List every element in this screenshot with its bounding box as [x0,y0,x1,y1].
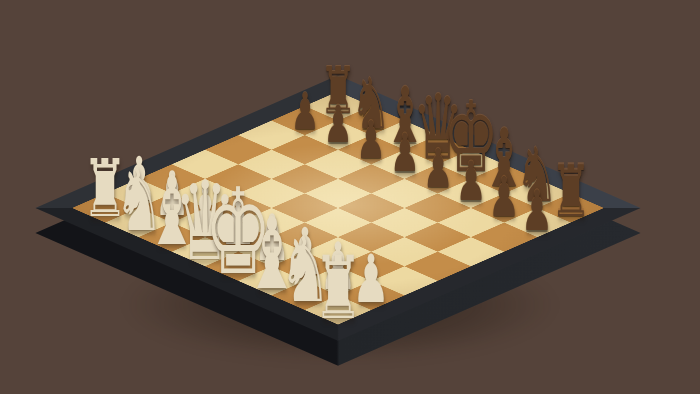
piece-black-pawn-g7[interactable]: ♟ [488,170,520,225]
piece-black-pawn-c7[interactable]: ♟ [356,114,386,166]
scene-background: ♜♞♝♛♚♝♞♜♟♟♟♟♟♟♟♟♟♟♟♟♟♟♟♟♜♞♝♛♚♝♞♜ [0,0,700,394]
piece-black-pawn-d7[interactable]: ♟ [389,128,419,181]
piece-black-pawn-e7[interactable]: ♟ [422,142,453,196]
piece-black-pawn-a7[interactable]: ♟ [290,86,319,137]
piece-white-rook-h1[interactable]: ♜ [313,244,363,331]
piece-black-pawn-f7[interactable]: ♟ [455,156,486,210]
piece-black-pawn-b7[interactable]: ♟ [323,100,353,151]
piece-black-pawn-h7[interactable]: ♟ [521,184,553,240]
pieces-layer: ♜♞♝♛♚♝♞♜♟♟♟♟♟♟♟♟♟♟♟♟♟♟♟♟♜♞♝♛♚♝♞♜ [0,0,700,394]
piece-black-rook-h8[interactable]: ♜ [550,156,591,227]
